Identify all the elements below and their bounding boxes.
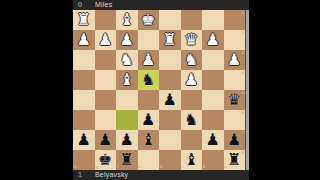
square-g2[interactable]: ♟ [95,30,117,50]
square-b2[interactable]: ♟ [202,30,224,50]
square-a5[interactable]: ♛5 [224,90,246,110]
chess-app-window: 0 Miles ♜♝♚1♟♟♟♜♛♟2♞♟♞♟3♝♞♟4♟♛5♟♞6♟♟♟♝♟♟… [73,0,249,180]
square-h5[interactable] [73,90,95,110]
rank-label-6: 6 [242,111,244,115]
bottom-player-score: 1 [73,170,95,180]
white-pawn-c4[interactable]: ♟ [184,70,198,90]
white-bishop-f4[interactable]: ♝ [120,70,134,90]
square-e7[interactable]: ♝ [138,130,160,150]
square-a3[interactable]: ♟3 [224,50,246,70]
square-h3[interactable] [73,50,95,70]
top-player-name: Miles [95,0,112,10]
rank-label-1: 1 [242,11,244,15]
square-c2[interactable]: ♛ [181,30,203,50]
white-pawn-f2[interactable]: ♟ [120,30,134,50]
square-e4[interactable]: ♞ [138,70,160,90]
square-d2[interactable]: ♜ [159,30,181,50]
square-b3[interactable] [202,50,224,70]
rank-label-7: 7 [242,131,244,135]
square-g8[interactable]: ♚g [95,150,117,170]
square-f2[interactable]: ♟ [116,30,138,50]
black-pawn-f7[interactable]: ♟ [120,130,134,150]
square-e6[interactable]: ♟ [138,110,160,130]
square-h4[interactable] [73,70,95,90]
square-b1[interactable] [202,10,224,30]
black-queen-a5[interactable]: ♛ [227,90,241,110]
rank-label-2: 2 [242,31,244,35]
black-pawn-a7[interactable]: ♟ [227,130,241,150]
white-pawn-b2[interactable]: ♟ [206,30,220,50]
top-player-bar: 0 Miles [73,0,249,10]
square-g7[interactable]: ♟ [95,130,117,150]
square-f5[interactable] [116,90,138,110]
black-king-g8[interactable]: ♚ [98,150,112,170]
top-player-score: 0 [73,0,95,10]
square-a8[interactable]: ♜8a [224,150,246,170]
file-label-g: g [96,165,98,169]
black-bishop-c8[interactable]: ♝ [184,150,198,170]
black-knight-c6[interactable]: ♞ [184,110,198,130]
file-label-h: h [74,165,76,169]
square-f8[interactable]: ♜f [116,150,138,170]
black-rook-a8[interactable]: ♜ [227,150,241,170]
square-e2[interactable] [138,30,160,50]
square-c3[interactable]: ♞ [181,50,203,70]
white-pawn-a3[interactable]: ♟ [227,50,241,70]
move-scrollbar[interactable] [245,10,249,170]
square-f1[interactable]: ♝ [116,10,138,30]
square-a1[interactable]: 1 [224,10,246,30]
square-c4[interactable]: ♟ [181,70,203,90]
square-e5[interactable] [138,90,160,110]
square-g5[interactable] [95,90,117,110]
file-label-c: c [182,165,184,169]
black-pawn-g7[interactable]: ♟ [98,130,112,150]
square-c5[interactable] [181,90,203,110]
white-pawn-g2[interactable]: ♟ [98,30,112,50]
square-h1[interactable]: ♜ [73,10,95,30]
square-c7[interactable] [181,130,203,150]
square-e3[interactable]: ♟ [138,50,160,70]
square-b7[interactable]: ♟ [202,130,224,150]
white-rook-h1[interactable]: ♜ [77,10,91,30]
white-pawn-h2[interactable]: ♟ [77,30,91,50]
square-d7[interactable] [159,130,181,150]
square-f7[interactable]: ♟ [116,130,138,150]
white-bishop-f1[interactable]: ♝ [120,10,134,30]
black-pawn-e6[interactable]: ♟ [141,110,155,130]
square-g4[interactable] [95,70,117,90]
black-knight-e4[interactable]: ♞ [141,70,155,90]
square-a4[interactable]: 4 [224,70,246,90]
square-b8[interactable]: b [202,150,224,170]
square-h6[interactable] [73,110,95,130]
file-label-e: e [139,165,141,169]
square-d5[interactable]: ♟ [159,90,181,110]
file-label-f: f [117,165,118,169]
square-d1[interactable] [159,10,181,30]
square-d3[interactable] [159,50,181,70]
square-g1[interactable] [95,10,117,30]
file-label-d: d [160,165,162,169]
white-knight-f3[interactable]: ♞ [120,50,134,70]
square-d6[interactable] [159,110,181,130]
square-h8[interactable]: h [73,150,95,170]
square-f6[interactable] [116,110,138,130]
square-g3[interactable] [95,50,117,70]
bottom-player-bar: 1 Belyavsky [73,170,249,180]
file-label-b: b [203,165,205,169]
square-a2[interactable]: 2 [224,30,246,50]
square-e8[interactable]: e [138,150,160,170]
square-b5[interactable] [202,90,224,110]
square-h7[interactable]: ♟ [73,130,95,150]
square-a6[interactable]: 6 [224,110,246,130]
square-b4[interactable] [202,70,224,90]
black-bishop-e7[interactable]: ♝ [141,130,155,150]
bottom-player-name: Belyavsky [95,170,128,180]
rank-label-4: 4 [242,71,244,75]
square-f4[interactable]: ♝ [116,70,138,90]
chess-board: ♜♝♚1♟♟♟♜♛♟2♞♟♞♟3♝♞♟4♟♛5♟♞6♟♟♟♝♟♟7h♚g♜fed… [73,10,245,170]
rank-label-5: 5 [242,91,244,95]
white-rook-d2[interactable]: ♜ [163,30,177,50]
square-e1[interactable]: ♚ [138,10,160,30]
square-g6[interactable] [95,110,117,130]
rank-label-3: 3 [242,51,244,55]
square-c6[interactable]: ♞ [181,110,203,130]
white-queen-c2[interactable]: ♛ [184,30,198,50]
file-label-a: a [225,165,227,169]
square-a7[interactable]: ♟7 [224,130,246,150]
black-pawn-d5[interactable]: ♟ [163,90,177,110]
square-f3[interactable]: ♞ [116,50,138,70]
square-c1[interactable] [181,10,203,30]
white-pawn-e3[interactable]: ♟ [141,50,155,70]
white-knight-c3[interactable]: ♞ [184,50,198,70]
black-pawn-b7[interactable]: ♟ [206,130,220,150]
black-rook-f8[interactable]: ♜ [120,150,134,170]
square-d8[interactable]: d [159,150,181,170]
square-b6[interactable] [202,110,224,130]
square-h2[interactable]: ♟ [73,30,95,50]
black-pawn-h7[interactable]: ♟ [77,130,91,150]
rank-label-8: 8 [242,151,244,155]
square-c8[interactable]: ♝c [181,150,203,170]
square-d4[interactable] [159,70,181,90]
white-king-e1[interactable]: ♚ [141,10,155,30]
